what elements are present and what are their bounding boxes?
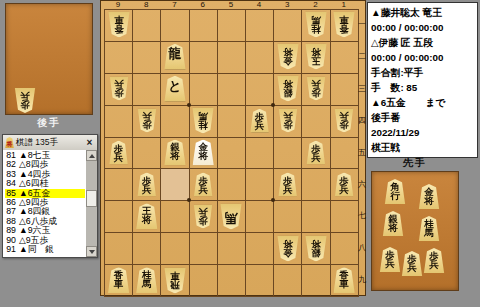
hand-piece-sente-6[interactable]: 歩兵	[401, 251, 423, 276]
square-3-5[interactable]	[274, 138, 302, 170]
square-8-4[interactable]: 歩兵	[133, 106, 161, 138]
piece-glyph: 車	[114, 17, 124, 26]
info-line-7: ▲6五金 まで	[371, 95, 474, 110]
piece-glyph: 桂	[311, 26, 321, 35]
square-7-1[interactable]	[161, 10, 189, 42]
file-label-8: 8	[132, 1, 160, 9]
square-4-4[interactable]: 歩兵	[246, 106, 274, 138]
piece-gote-28[interactable]: 銀将	[304, 235, 327, 261]
square-6-9[interactable]	[190, 265, 218, 297]
square-4-7[interactable]	[246, 201, 274, 233]
square-6-3[interactable]	[190, 74, 218, 106]
square-9-7[interactable]	[105, 201, 133, 233]
hand-piece-sente-2[interactable]: 金将	[418, 184, 440, 209]
square-2-6[interactable]	[302, 169, 330, 201]
gote-captured-tray: 歩兵	[5, 3, 93, 115]
piece-glyph: 車	[339, 279, 349, 288]
square-1-7[interactable]	[331, 201, 359, 233]
square-8-7[interactable]: 王将	[133, 201, 161, 233]
piece-glyph: 将	[424, 196, 434, 205]
piece-glyph: 車	[114, 279, 124, 288]
rank-label-7: 七	[357, 200, 367, 232]
square-9-3[interactable]: 歩兵	[105, 74, 133, 106]
square-1-5[interactable]	[331, 138, 359, 170]
file-label-2: 2	[301, 1, 329, 9]
square-1-9[interactable]: 香車	[331, 265, 359, 297]
piece-glyph: 兵	[114, 80, 124, 89]
square-7-6[interactable]	[161, 169, 189, 201]
kifu-move-91[interactable]: 91▲同 銀	[5, 245, 85, 254]
info-line-8: 後手番	[371, 110, 474, 125]
piece-glyph: 馬	[311, 17, 321, 26]
square-4-6[interactable]	[246, 169, 274, 201]
square-8-2[interactable]	[133, 42, 161, 74]
info-line-4: 00:00 / 00:00:00	[371, 50, 474, 65]
rank-label-6: 六	[357, 169, 367, 201]
piece-glyph: 馬	[225, 211, 238, 225]
piece-sente-25[interactable]: 歩兵	[306, 141, 326, 165]
square-8-1[interactable]	[133, 10, 161, 42]
square-7-4[interactable]	[161, 106, 189, 138]
hand-piece-sente-1[interactable]: 角行	[384, 179, 406, 204]
piece-glyph: 兵	[311, 153, 321, 162]
piece-glyph: 兵	[142, 184, 152, 193]
hand-piece-sente-4[interactable]: 桂馬	[418, 216, 440, 241]
square-3-8[interactable]: 金将	[274, 233, 302, 265]
info-line-10: 棋王戦	[371, 140, 474, 155]
shogi-piece-icon: 将	[5, 137, 14, 148]
square-9-5[interactable]: 歩兵	[105, 138, 133, 170]
square-8-8[interactable]	[133, 233, 161, 265]
piece-glyph: 兵	[255, 121, 265, 130]
square-4-9[interactable]	[246, 265, 274, 297]
square-5-5[interactable]	[218, 138, 246, 170]
piece-glyph: 兵	[311, 80, 321, 89]
piece-glyph: 将	[311, 49, 321, 58]
close-icon[interactable]: ×	[84, 137, 95, 148]
piece-sente-65[interactable]: 金将	[192, 139, 215, 165]
square-6-1[interactable]	[190, 10, 218, 42]
info-line-5: 手合割:平手	[371, 65, 474, 80]
piece-gote-57[interactable]: 馬	[220, 203, 243, 229]
piece-gote-38[interactable]: 金将	[276, 235, 299, 261]
square-7-2[interactable]: 龍	[161, 42, 189, 74]
square-8-5[interactable]	[133, 138, 161, 170]
square-2-4[interactable]	[302, 106, 330, 138]
piece-glyph: 将	[283, 81, 293, 90]
piece-glyph: 兵	[283, 112, 293, 121]
piece-gote-14[interactable]: 歩兵	[334, 109, 354, 133]
piece-glyph: 行	[390, 191, 400, 200]
square-9-2[interactable]	[105, 42, 133, 74]
piece-glyph: 金	[283, 58, 293, 67]
piece-glyph: 兵	[114, 153, 124, 162]
piece-glyph: 兵	[407, 263, 417, 272]
application-window: 歩兵 後手 将 棋譜 135手 × 81▲8七玉82△8四歩83▲4四歩84△6…	[0, 0, 480, 307]
square-3-1[interactable]	[274, 10, 302, 42]
piece-glyph: 香	[339, 26, 349, 35]
square-6-7[interactable]: 歩兵	[190, 201, 218, 233]
info-line-3: △伊藤 匠 五段	[371, 35, 474, 50]
piece-glyph: 兵	[142, 112, 152, 121]
square-8-6[interactable]: 歩兵	[133, 169, 161, 201]
square-5-4[interactable]	[218, 106, 246, 138]
square-3-6[interactable]: 歩兵	[274, 169, 302, 201]
piece-gote-79[interactable]: 飛車	[163, 267, 186, 293]
square-1-4[interactable]: 歩兵	[331, 106, 359, 138]
square-5-9[interactable]	[218, 265, 246, 297]
piece-glyph: 兵	[198, 207, 208, 216]
rank-label-3: 三	[357, 73, 367, 105]
move-text: ▲同 銀	[19, 245, 54, 254]
piece-sente-75[interactable]: 銀将	[163, 139, 186, 165]
piece-gote-11[interactable]: 香車	[333, 12, 356, 38]
hand-piece-sente-3[interactable]: 銀将	[382, 211, 404, 236]
square-4-5[interactable]	[246, 138, 274, 170]
piece-gote-93[interactable]: 歩兵	[109, 77, 129, 101]
square-4-1[interactable]	[246, 10, 274, 42]
scroll-up-icon[interactable]	[86, 150, 97, 161]
square-5-6[interactable]	[218, 169, 246, 201]
piece-glyph: 歩	[142, 121, 152, 130]
square-5-8[interactable]	[218, 233, 246, 265]
shogi-board: 香車桂馬香車龍金将玉将歩兵と銀将歩兵歩兵桂馬歩兵歩兵歩兵歩兵銀将金将歩兵歩兵歩兵…	[100, 0, 366, 296]
rank-label-4: 四	[357, 105, 367, 137]
piece-glyph: 歩	[339, 121, 349, 130]
rank-label-9: 九	[357, 264, 367, 296]
square-4-3[interactable]	[246, 74, 274, 106]
file-label-5: 5	[217, 1, 245, 9]
piece-glyph: 車	[339, 17, 349, 26]
rank-label-5: 五	[357, 137, 367, 169]
square-5-7[interactable]: 馬	[218, 201, 246, 233]
square-3-9[interactable]	[274, 265, 302, 297]
piece-gote-64[interactable]: 桂馬	[192, 108, 215, 134]
square-7-3[interactable]: と	[161, 74, 189, 106]
piece-sente-87[interactable]: 王将	[135, 203, 158, 229]
square-3-7[interactable]	[274, 201, 302, 233]
gote-label: 後手	[5, 116, 93, 130]
square-1-8[interactable]	[331, 233, 359, 265]
square-1-2[interactable]	[331, 42, 359, 74]
file-label-6: 6	[189, 1, 217, 9]
piece-sente-66[interactable]: 歩兵	[193, 172, 213, 196]
piece-glyph: 馬	[424, 228, 434, 237]
info-line-6: 手 数: 85	[371, 80, 474, 95]
square-5-3[interactable]	[218, 74, 246, 106]
sente-label: 先手	[371, 156, 459, 170]
sente-captured-tray: 角行金将銀将桂馬歩兵歩兵歩兵	[371, 171, 459, 291]
piece-glyph: 将	[170, 151, 180, 160]
piece-glyph: 兵	[283, 184, 293, 193]
piece-sente-73[interactable]: と	[163, 76, 186, 102]
square-7-9[interactable]: 飛車	[161, 265, 189, 297]
info-line-2: 00:00 / 00:00:00	[371, 20, 474, 35]
file-label-7: 7	[160, 1, 188, 9]
square-6-5[interactable]: 金将	[190, 138, 218, 170]
square-9-1[interactable]: 香車	[105, 10, 133, 42]
scroll-thumb[interactable]	[86, 190, 97, 207]
piece-gote-22[interactable]: 玉将	[304, 44, 327, 70]
piece-sente-95[interactable]: 歩兵	[109, 141, 129, 165]
piece-glyph: 馬	[198, 113, 208, 122]
square-2-3[interactable]: 歩兵	[302, 74, 330, 106]
piece-glyph: 銀	[283, 90, 293, 99]
piece-sente-44[interactable]: 歩兵	[250, 109, 270, 133]
piece-glyph: 銀	[311, 249, 321, 258]
piece-gote-67[interactable]: 歩兵	[193, 204, 213, 228]
piece-glyph: と	[168, 80, 181, 94]
square-7-7[interactable]	[161, 201, 189, 233]
kifu-scrollbar[interactable]	[86, 150, 97, 257]
square-2-8[interactable]: 銀将	[302, 233, 330, 265]
piece-glyph: 金	[283, 249, 293, 258]
piece-gote-84[interactable]: 歩兵	[137, 109, 157, 133]
hand-piece-sente-5[interactable]: 歩兵	[379, 247, 401, 272]
piece-glyph: 歩	[20, 101, 30, 110]
piece-sente-72[interactable]: 龍	[163, 44, 186, 70]
kifu-move-list: 81▲8七玉82△8四歩83▲4四歩84△6四桂85▲6五金86△9四歩87▲8…	[3, 150, 97, 257]
square-6-6[interactable]: 歩兵	[190, 169, 218, 201]
piece-glyph: 将	[311, 240, 321, 249]
file-label-1: 1	[330, 1, 358, 9]
piece-glyph: 将	[283, 49, 293, 58]
hand-piece-gote-1[interactable]: 歩兵	[14, 88, 36, 113]
piece-glyph: 歩	[114, 89, 124, 98]
kifu-titlebar[interactable]: 将 棋譜 135手 ×	[3, 135, 97, 151]
piece-glyph: 兵	[339, 112, 349, 121]
piece-glyph: 車	[170, 272, 180, 281]
square-9-8[interactable]	[105, 233, 133, 265]
piece-gote-34[interactable]: 歩兵	[278, 109, 298, 133]
square-1-1[interactable]: 香車	[331, 10, 359, 42]
piece-sente-19[interactable]: 香車	[333, 267, 356, 293]
square-4-2[interactable]	[246, 42, 274, 74]
square-9-4[interactable]	[105, 106, 133, 138]
move-number: 91	[5, 245, 16, 254]
hoshi-dot	[187, 103, 191, 107]
piece-glyph: 玉	[311, 58, 321, 67]
square-6-8[interactable]	[190, 233, 218, 265]
rank-label-8: 八	[357, 232, 367, 264]
piece-sente-89[interactable]: 桂馬	[135, 267, 158, 293]
piece-glyph: 香	[114, 26, 124, 35]
piece-glyph: 桂	[198, 122, 208, 131]
file-label-4: 4	[245, 1, 273, 9]
square-2-1[interactable]: 桂馬	[302, 10, 330, 42]
piece-gote-91[interactable]: 香車	[107, 12, 130, 38]
square-5-2[interactable]	[218, 42, 246, 74]
piece-glyph: 龍	[168, 48, 181, 62]
square-2-2[interactable]: 玉将	[302, 42, 330, 74]
square-7-8[interactable]	[161, 233, 189, 265]
piece-sente-36[interactable]: 歩兵	[278, 172, 298, 196]
piece-glyph: 馬	[142, 279, 152, 288]
square-2-5[interactable]: 歩兵	[302, 138, 330, 170]
kifu-title: 棋譜 135手	[16, 137, 82, 149]
square-5-1[interactable]	[218, 10, 246, 42]
piece-gote-23[interactable]: 歩兵	[306, 77, 326, 101]
piece-glyph: 兵	[20, 92, 30, 101]
kifu-window: 将 棋譜 135手 × 81▲8七玉82△8四歩83▲4四歩84△6四桂85▲6…	[2, 134, 98, 258]
file-label-3: 3	[273, 1, 301, 9]
info-panel: ▲藤井聡太 竜王00:00 / 00:00:00△伊藤 匠 五段00:00 / …	[367, 2, 478, 158]
square-4-8[interactable]	[246, 233, 274, 265]
board-grid: 香車桂馬香車龍金将玉将歩兵と銀将歩兵歩兵桂馬歩兵歩兵歩兵歩兵銀将金将歩兵歩兵歩兵…	[104, 9, 359, 297]
piece-sente-86[interactable]: 歩兵	[137, 172, 157, 196]
square-2-9[interactable]	[302, 265, 330, 297]
square-3-4[interactable]: 歩兵	[274, 106, 302, 138]
piece-gote-21[interactable]: 桂馬	[304, 12, 327, 38]
square-3-3[interactable]: 銀将	[274, 74, 302, 106]
square-1-6[interactable]: 歩兵	[331, 169, 359, 201]
piece-glyph: 将	[142, 215, 152, 224]
square-2-7[interactable]	[302, 201, 330, 233]
piece-glyph: 将	[198, 151, 208, 160]
piece-sente-16[interactable]: 歩兵	[334, 172, 354, 196]
piece-glyph: 歩	[283, 121, 293, 130]
piece-glyph: 兵	[339, 184, 349, 193]
piece-glyph: 兵	[429, 260, 439, 269]
square-3-2[interactable]: 金将	[274, 42, 302, 74]
info-line-1: ▲藤井聡太 竜王	[371, 5, 474, 20]
hand-piece-sente-7[interactable]: 歩兵	[423, 248, 445, 273]
square-8-3[interactable]	[133, 74, 161, 106]
rank-label-2: 二	[357, 41, 367, 73]
square-1-3[interactable]	[331, 74, 359, 106]
square-9-6[interactable]	[105, 169, 133, 201]
piece-glyph: 歩	[198, 216, 208, 225]
piece-sente-99[interactable]: 香車	[107, 267, 130, 293]
piece-glyph: 兵	[198, 184, 208, 193]
square-9-9[interactable]: 香車	[105, 265, 133, 297]
square-7-5[interactable]: 銀将	[161, 138, 189, 170]
square-6-4[interactable]: 桂馬	[190, 106, 218, 138]
hoshi-dot	[271, 103, 275, 107]
square-8-9[interactable]: 桂馬	[133, 265, 161, 297]
piece-glyph: 兵	[385, 259, 395, 268]
piece-glyph: 将	[283, 240, 293, 249]
scroll-down-icon[interactable]	[86, 246, 97, 257]
rank-label-1: 一	[357, 9, 367, 41]
file-label-9: 9	[104, 1, 132, 9]
piece-gote-32[interactable]: 金将	[276, 44, 299, 70]
info-line-9: 2022/11/29	[371, 125, 474, 140]
piece-gote-33[interactable]: 銀将	[276, 76, 299, 102]
square-6-2[interactable]	[190, 42, 218, 74]
piece-glyph: 歩	[311, 89, 321, 98]
piece-glyph: 将	[388, 223, 398, 232]
